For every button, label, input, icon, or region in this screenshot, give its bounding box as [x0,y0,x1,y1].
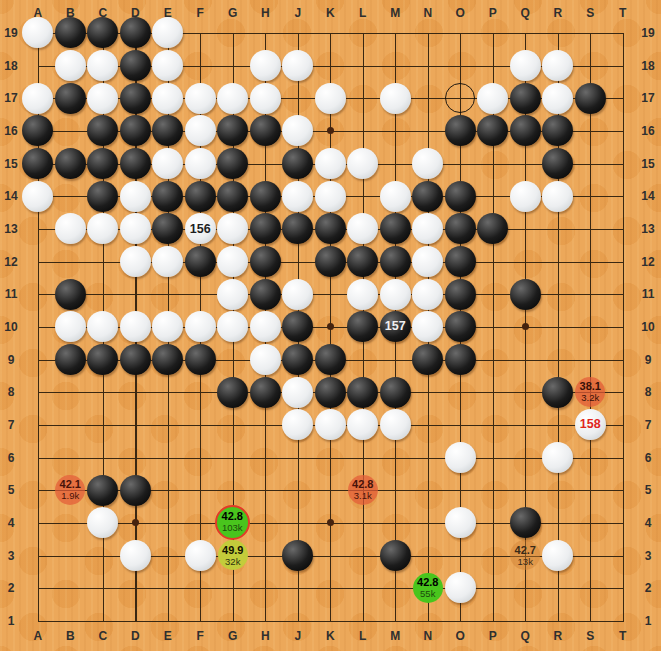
board-cell[interactable] [444,441,477,474]
board-cell[interactable] [347,114,380,147]
board-cell[interactable] [282,212,315,245]
board-cell[interactable] [347,212,380,245]
board-cell[interactable] [184,310,217,343]
board-cell[interactable] [249,147,282,180]
board-cell[interactable] [249,539,282,572]
board-cell[interactable] [444,474,477,507]
board-cell[interactable] [119,604,152,637]
board-cell[interactable] [347,245,380,278]
board-cell[interactable] [412,343,445,376]
board-cell[interactable] [477,49,510,82]
board-cell[interactable] [542,114,575,147]
board-cell[interactable] [509,82,542,115]
board-cell[interactable] [542,180,575,213]
board-cell[interactable] [217,441,250,474]
board-cell[interactable] [509,114,542,147]
board-cell[interactable] [314,310,347,343]
board-cell[interactable] [477,604,510,637]
board-cell[interactable] [184,408,217,441]
board-cell[interactable]: 157 [379,310,412,343]
board-cell[interactable] [347,572,380,605]
board-cell[interactable] [607,114,640,147]
board-cell[interactable] [184,82,217,115]
board-cell[interactable] [184,245,217,278]
board-cell[interactable] [574,17,607,50]
board-cell[interactable] [607,17,640,50]
board-cell[interactable] [314,82,347,115]
board-cell[interactable] [314,408,347,441]
board-cell[interactable] [87,82,120,115]
board-cell[interactable] [347,539,380,572]
board-cell[interactable] [542,245,575,278]
board-cell[interactable] [574,343,607,376]
board-cell[interactable] [444,278,477,311]
board-cell[interactable] [542,343,575,376]
board-cell[interactable]: 42.11.9k [54,474,87,507]
board-cell[interactable] [314,278,347,311]
board-cell[interactable] [249,278,282,311]
board-cell[interactable] [444,212,477,245]
board-cell[interactable] [574,245,607,278]
board-cell[interactable] [184,343,217,376]
board-cell[interactable] [314,245,347,278]
board-cell[interactable] [509,343,542,376]
board-cell[interactable] [347,17,380,50]
board-cell[interactable] [412,82,445,115]
board-cell[interactable] [379,474,412,507]
board-cell[interactable]: 49.932k [217,539,250,572]
board-cell[interactable] [477,278,510,311]
board-cell[interactable] [542,572,575,605]
board-cell[interactable] [444,572,477,605]
board-cell[interactable] [607,49,640,82]
board-cell[interactable] [314,506,347,539]
board-cell[interactable] [22,408,55,441]
board-cell[interactable] [379,572,412,605]
board-cell[interactable]: 42.713k [509,539,542,572]
board-cell[interactable] [184,539,217,572]
board-cell[interactable] [444,17,477,50]
board-cell[interactable] [509,572,542,605]
board-cell[interactable] [87,474,120,507]
board-cell[interactable] [184,474,217,507]
board-cell[interactable] [542,376,575,409]
board-cell[interactable] [249,17,282,50]
board-cell[interactable]: 42.8103k [217,506,250,539]
board-cell[interactable] [119,212,152,245]
board-cell[interactable] [607,474,640,507]
board-cell[interactable] [249,212,282,245]
board-cell[interactable] [282,82,315,115]
ai-move-suggestion[interactable]: 49.932k [218,540,248,570]
board-cell[interactable] [282,539,315,572]
board-cell[interactable] [87,572,120,605]
board-cell[interactable] [152,604,185,637]
board-cell[interactable] [184,180,217,213]
board-cell[interactable] [184,147,217,180]
board-cell[interactable] [22,82,55,115]
board-cell[interactable] [314,604,347,637]
board-cell[interactable] [477,441,510,474]
board-cell[interactable] [282,180,315,213]
board-cell[interactable] [412,180,445,213]
board-cell[interactable] [152,474,185,507]
board-cell[interactable] [152,278,185,311]
board-cell[interactable] [379,506,412,539]
board-cell[interactable] [152,114,185,147]
ai-move-suggestion[interactable]: 38.13.2k [575,377,605,407]
board-cell[interactable] [314,147,347,180]
board-cell[interactable] [477,408,510,441]
board-cell[interactable] [54,278,87,311]
board-cell[interactable] [119,49,152,82]
board-cell[interactable] [249,114,282,147]
board-cell[interactable] [22,180,55,213]
board-cell[interactable] [282,147,315,180]
board-cell[interactable] [379,343,412,376]
board-cell[interactable] [282,245,315,278]
board-cell[interactable] [54,114,87,147]
board-cell[interactable] [87,506,120,539]
board-cell[interactable] [314,49,347,82]
board-cell[interactable] [347,441,380,474]
board-cell[interactable] [607,343,640,376]
board-cell[interactable] [119,310,152,343]
board-cell[interactable] [217,180,250,213]
board-cell[interactable] [477,343,510,376]
board-cell[interactable] [249,604,282,637]
board-cell[interactable] [119,572,152,605]
ai-move-suggestion[interactable]: 42.855k [413,573,443,603]
board-cell[interactable] [119,539,152,572]
board-cell[interactable] [22,474,55,507]
board-cell[interactable] [54,49,87,82]
board-cell[interactable] [477,474,510,507]
board-cell[interactable] [54,180,87,213]
board-cell[interactable] [282,408,315,441]
board-cell[interactable] [152,49,185,82]
board-cell[interactable] [249,310,282,343]
board-cell[interactable] [22,572,55,605]
board-cell[interactable] [22,278,55,311]
board-cell[interactable]: 42.855k [412,572,445,605]
board-cell[interactable] [54,310,87,343]
board-cell[interactable] [509,49,542,82]
board-cell[interactable] [87,147,120,180]
board-cell[interactable] [509,212,542,245]
board-cell[interactable] [282,114,315,147]
board-cell[interactable] [574,441,607,474]
board-cell[interactable] [314,17,347,50]
board-cell[interactable] [87,278,120,311]
board-cell[interactable] [152,376,185,409]
board-cell[interactable] [574,278,607,311]
board-cell[interactable] [87,310,120,343]
board-cell[interactable] [54,539,87,572]
board-cell[interactable] [87,343,120,376]
board-cell[interactable] [574,180,607,213]
board-cell[interactable] [412,245,445,278]
board-cell[interactable] [314,212,347,245]
board-cell[interactable] [249,506,282,539]
board-cell[interactable] [119,408,152,441]
board-cell[interactable] [412,474,445,507]
board-cell[interactable] [574,114,607,147]
board-cell[interactable] [184,441,217,474]
board-cell[interactable] [22,17,55,50]
board-cell[interactable] [87,539,120,572]
board-cell[interactable] [509,278,542,311]
board-cell[interactable] [22,310,55,343]
board-cell[interactable] [119,474,152,507]
board-cell[interactable] [607,180,640,213]
board-cell[interactable] [509,376,542,409]
board-cell[interactable] [249,408,282,441]
board-cell[interactable] [22,49,55,82]
board-cell[interactable] [152,82,185,115]
board-cell[interactable] [379,376,412,409]
board-cell[interactable] [54,245,87,278]
board-cell[interactable] [542,17,575,50]
board-cell[interactable] [152,343,185,376]
board-cell[interactable] [347,604,380,637]
board-cell[interactable] [574,82,607,115]
board-cell[interactable] [412,278,445,311]
board-cell[interactable] [184,17,217,50]
board-cell[interactable] [152,212,185,245]
board-cell[interactable] [444,376,477,409]
board-cell[interactable] [509,310,542,343]
board-cell[interactable] [54,343,87,376]
board-cell[interactable] [607,408,640,441]
board-cell[interactable] [542,506,575,539]
board-cell[interactable] [347,506,380,539]
board-cell[interactable] [509,408,542,441]
board-cell[interactable] [282,604,315,637]
board-cell[interactable] [54,17,87,50]
board-cell[interactable] [184,604,217,637]
board-cell[interactable] [509,506,542,539]
board-cell[interactable] [249,441,282,474]
board-cell[interactable] [412,17,445,50]
board-cell[interactable] [412,539,445,572]
board-cell[interactable] [282,376,315,409]
board-cell[interactable] [282,343,315,376]
board-cell[interactable] [184,572,217,605]
board-cell[interactable] [54,147,87,180]
board-cell[interactable] [574,147,607,180]
board-cell[interactable] [282,17,315,50]
board-cell[interactable] [249,572,282,605]
board-cell[interactable] [412,212,445,245]
board-cell[interactable] [444,180,477,213]
board-cell[interactable] [607,376,640,409]
board-cell[interactable] [444,114,477,147]
board-cell[interactable] [379,441,412,474]
board-cell[interactable] [542,278,575,311]
board-cell[interactable] [542,212,575,245]
board-cell[interactable] [347,408,380,441]
board-cell[interactable] [412,147,445,180]
board-cell[interactable] [379,408,412,441]
board-cell[interactable] [412,376,445,409]
board-cell[interactable] [379,212,412,245]
board-cell[interactable] [217,49,250,82]
board-cell[interactable] [574,49,607,82]
board-cell[interactable] [22,506,55,539]
board-cell[interactable] [87,17,120,50]
board-cell[interactable] [249,82,282,115]
board-cell[interactable] [87,49,120,82]
board-cell[interactable] [152,506,185,539]
board-cell[interactable] [477,82,510,115]
board-cell[interactable] [22,539,55,572]
board-cell[interactable]: 158 [574,408,607,441]
board-cell[interactable] [119,114,152,147]
board-cell[interactable] [119,17,152,50]
board-cell[interactable] [314,343,347,376]
board-cell[interactable] [477,212,510,245]
board-cell[interactable] [249,376,282,409]
board-cell[interactable] [152,441,185,474]
board-cell[interactable] [152,147,185,180]
board-cell[interactable] [509,604,542,637]
board-cell[interactable] [379,82,412,115]
board-cell[interactable] [574,604,607,637]
board-cell[interactable] [379,49,412,82]
board-cell[interactable] [22,376,55,409]
board-cell[interactable] [119,376,152,409]
board-cell[interactable] [379,539,412,572]
board-cell[interactable] [607,310,640,343]
board-cell[interactable] [347,82,380,115]
board-cell[interactable] [184,114,217,147]
board-cell[interactable] [477,17,510,50]
board-cell[interactable] [347,343,380,376]
board-cell[interactable] [54,506,87,539]
board-cell[interactable] [477,147,510,180]
board-cell[interactable] [184,278,217,311]
board-cell[interactable] [477,572,510,605]
board-cell[interactable] [607,147,640,180]
board-cell[interactable] [22,114,55,147]
board-cell[interactable] [54,82,87,115]
ai-move-suggestion[interactable]: 42.83.1k [348,475,378,505]
board-cell[interactable] [217,343,250,376]
board-cell[interactable] [444,147,477,180]
board-cell[interactable] [607,539,640,572]
board-cell[interactable] [444,343,477,376]
board-cell[interactable] [87,604,120,637]
board-cell[interactable] [119,180,152,213]
board-cell[interactable]: 42.83.1k [347,474,380,507]
board-cell[interactable] [444,506,477,539]
board-cell[interactable] [477,114,510,147]
board-cell[interactable] [217,474,250,507]
board-cell[interactable] [607,245,640,278]
board-cell[interactable] [282,572,315,605]
board-cell[interactable] [87,408,120,441]
board-cell[interactable] [184,506,217,539]
board-cell[interactable] [477,506,510,539]
board-cell[interactable] [542,49,575,82]
board-cell[interactable] [119,343,152,376]
board-cell[interactable] [444,49,477,82]
board-cell[interactable] [477,245,510,278]
board-cell[interactable] [509,147,542,180]
board-cell[interactable] [119,82,152,115]
board-cell[interactable] [314,376,347,409]
board-cell[interactable] [119,278,152,311]
board-cell[interactable] [347,376,380,409]
board-cell[interactable] [217,572,250,605]
board-cell[interactable] [314,180,347,213]
board-cell[interactable] [152,17,185,50]
board-cell[interactable] [542,441,575,474]
board-cell[interactable] [54,604,87,637]
board-cell[interactable] [574,572,607,605]
board-cell[interactable] [412,604,445,637]
board-cell[interactable] [314,572,347,605]
board-cell[interactable] [314,539,347,572]
board-cell[interactable] [54,572,87,605]
board-cell[interactable] [22,343,55,376]
board-cell[interactable] [87,114,120,147]
board-cell[interactable] [542,539,575,572]
board-cell[interactable] [347,180,380,213]
board-cell[interactable] [119,245,152,278]
board-cell[interactable] [477,539,510,572]
board-cell[interactable] [54,212,87,245]
board-cell[interactable] [314,441,347,474]
board-cell[interactable] [444,82,477,115]
board-cell[interactable] [87,376,120,409]
board-cell[interactable] [607,212,640,245]
board-cell[interactable] [607,82,640,115]
board-cell[interactable] [574,506,607,539]
board-cell[interactable] [119,506,152,539]
board-cell[interactable] [444,408,477,441]
board-cell[interactable] [509,17,542,50]
board-cell[interactable] [412,506,445,539]
board-cell[interactable] [119,441,152,474]
board-cell[interactable] [152,245,185,278]
ai-move-suggestion[interactable]: 42.713k [510,540,540,570]
board-cell[interactable] [477,310,510,343]
board-cell[interactable] [574,474,607,507]
board-cell[interactable] [87,245,120,278]
board-cell[interactable] [509,245,542,278]
board-cell[interactable] [217,147,250,180]
board-cell[interactable] [379,114,412,147]
board-cell[interactable] [379,180,412,213]
board-cell[interactable] [152,408,185,441]
board-cell[interactable] [282,441,315,474]
ai-move-suggestion[interactable]: 42.11.9k [55,475,85,505]
board-cell[interactable] [22,441,55,474]
board-cell[interactable] [152,310,185,343]
board-cell[interactable] [217,17,250,50]
board-cell[interactable] [152,180,185,213]
board-cell[interactable] [22,147,55,180]
board-cell[interactable] [249,180,282,213]
board-cell[interactable] [54,408,87,441]
board-cell[interactable] [379,17,412,50]
board-cell[interactable] [282,49,315,82]
board-cell[interactable] [607,441,640,474]
board-cell[interactable] [444,310,477,343]
board-cell[interactable] [509,441,542,474]
